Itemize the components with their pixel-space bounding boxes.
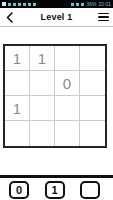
input-button-1[interactable]: 1	[45, 181, 65, 199]
grid-cell-r2c3[interactable]	[80, 96, 105, 121]
signal-icon	[81, 3, 84, 6]
input-toolbar: 01	[0, 175, 113, 200]
wifi-icon	[76, 3, 79, 6]
status-bar: 36% 20:01	[0, 0, 113, 8]
grid-cell-r3c0[interactable]	[5, 121, 30, 146]
grid-cell-r3c3[interactable]	[80, 121, 105, 146]
notification-icon	[33, 3, 36, 6]
notification-icon	[28, 3, 31, 6]
grid-cell-r1c1[interactable]	[30, 71, 55, 96]
chevron-left-icon	[6, 12, 13, 23]
grid-cell-r0c3[interactable]	[80, 46, 105, 71]
menu-button[interactable]	[98, 13, 109, 21]
grid-cell-r0c0[interactable]: 1	[5, 46, 30, 71]
battery-level: 36%	[86, 0, 96, 8]
notification-icon	[13, 3, 16, 6]
header: Level 1	[0, 8, 113, 27]
grid-cell-r2c0[interactable]: 1	[5, 96, 30, 121]
puzzle-grid: 1101	[3, 44, 107, 148]
input-button-0[interactable]: 0	[9, 181, 29, 199]
grid-cell-r2c2[interactable]	[55, 96, 80, 121]
grid-cell-r3c2[interactable]	[55, 121, 80, 146]
notification-icon	[8, 3, 11, 6]
grid-cell-r1c2[interactable]: 0	[55, 71, 80, 96]
notification-icon	[18, 3, 21, 6]
notification-icon	[23, 3, 26, 6]
erase-button[interactable]	[80, 181, 100, 199]
page-title: Level 1	[0, 8, 113, 26]
grid-cell-r2c1[interactable]	[30, 96, 55, 121]
status-left-icons	[2, 2, 71, 6]
grid-cell-r0c2[interactable]	[55, 46, 80, 71]
grid-cell-r3c1[interactable]	[30, 121, 55, 146]
app-notification-icon	[2, 2, 6, 6]
grid-cell-r1c3[interactable]	[80, 71, 105, 96]
back-button[interactable]	[3, 11, 15, 23]
hamburger-icon	[98, 13, 109, 14]
headset-icon	[71, 3, 74, 6]
grid-cell-r0c1[interactable]: 1	[30, 46, 55, 71]
clock: 20:01	[98, 0, 111, 8]
status-right: 36% 20:01	[71, 0, 111, 8]
grid-cell-r1c0[interactable]	[5, 71, 30, 96]
